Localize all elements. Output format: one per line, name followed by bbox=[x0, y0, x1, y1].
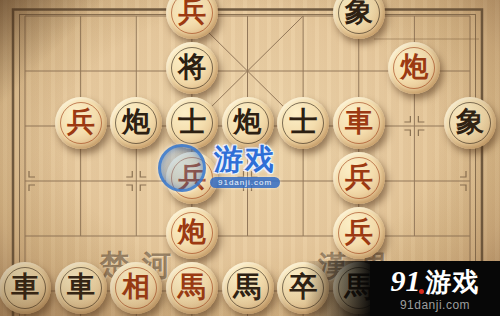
piece-black-elephant[interactable]: 象 bbox=[444, 97, 496, 149]
piece-glyph: 象 bbox=[456, 108, 484, 136]
piece-black-general[interactable]: 将 bbox=[166, 42, 218, 94]
banner-domain: 91danji.com bbox=[400, 298, 470, 312]
piece-glyph: 馬 bbox=[234, 273, 262, 301]
piece-red-cannon[interactable]: 炮 bbox=[388, 42, 440, 94]
site-banner: 91 游戏 91danji.com bbox=[370, 261, 500, 316]
piece-glyph: 兵 bbox=[345, 163, 373, 191]
piece-black-chariot[interactable]: 車 bbox=[0, 262, 51, 314]
piece-glyph: 炮 bbox=[234, 108, 262, 136]
piece-glyph: 馬 bbox=[345, 273, 373, 301]
piece-glyph: 士 bbox=[289, 108, 317, 136]
piece-glyph: 兵 bbox=[67, 108, 95, 136]
piece-glyph: 卒 bbox=[289, 273, 317, 301]
piece-red-chariot[interactable]: 車 bbox=[333, 97, 385, 149]
piece-glyph: 炮 bbox=[178, 218, 206, 246]
piece-red-horse[interactable]: 馬 bbox=[166, 262, 218, 314]
piece-glyph: 車 bbox=[345, 108, 373, 136]
piece-glyph: 炮 bbox=[400, 53, 428, 81]
piece-glyph: 炮 bbox=[122, 108, 150, 136]
piece-black-soldier[interactable]: 卒 bbox=[277, 262, 329, 314]
piece-glyph: 相 bbox=[122, 273, 150, 301]
piece-glyph: 象 bbox=[345, 0, 373, 26]
banner-red-dot bbox=[419, 289, 424, 294]
piece-red-soldier[interactable]: 兵 bbox=[333, 152, 385, 204]
piece-red-soldier[interactable]: 兵 bbox=[166, 152, 218, 204]
piece-glyph: 兵 bbox=[345, 218, 373, 246]
banner-brand-text: 游戏 bbox=[426, 269, 480, 295]
banner-brand: 91 游戏 bbox=[391, 266, 480, 296]
piece-black-cannon[interactable]: 炮 bbox=[110, 97, 162, 149]
piece-glyph: 兵 bbox=[178, 163, 206, 191]
xiangqi-board-screenshot: 楚河 漢界 兵象将炮兵炮士炮士車象兵兵炮兵車車相馬馬卒馬 游戏 91danji.… bbox=[0, 0, 500, 316]
piece-glyph: 士 bbox=[178, 108, 206, 136]
piece-black-advisor[interactable]: 士 bbox=[277, 97, 329, 149]
piece-glyph: 車 bbox=[11, 273, 39, 301]
piece-glyph: 兵 bbox=[178, 0, 206, 26]
piece-red-cannon[interactable]: 炮 bbox=[166, 207, 218, 259]
piece-red-soldier[interactable]: 兵 bbox=[333, 207, 385, 259]
piece-glyph: 将 bbox=[178, 53, 206, 81]
piece-black-chariot[interactable]: 車 bbox=[55, 262, 107, 314]
piece-black-cannon[interactable]: 炮 bbox=[222, 97, 274, 149]
piece-glyph: 車 bbox=[67, 273, 95, 301]
piece-black-advisor[interactable]: 士 bbox=[166, 97, 218, 149]
piece-black-horse[interactable]: 馬 bbox=[222, 262, 274, 314]
piece-red-elephant[interactable]: 相 bbox=[110, 262, 162, 314]
piece-red-soldier[interactable]: 兵 bbox=[55, 97, 107, 149]
piece-glyph: 馬 bbox=[178, 273, 206, 301]
banner-brand-number: 91 bbox=[391, 266, 421, 296]
